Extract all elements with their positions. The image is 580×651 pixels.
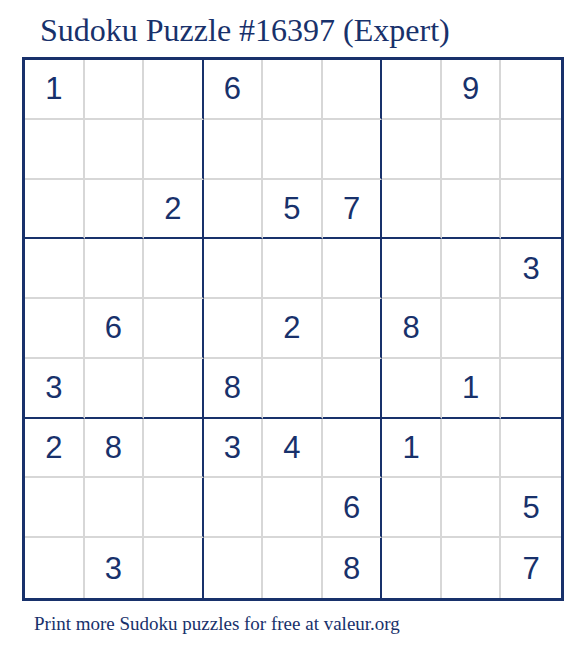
sudoku-cell-r3c5: 5 — [263, 180, 323, 240]
sudoku-cell-r1c6 — [323, 60, 383, 120]
sudoku-cell-r8c6: 6 — [323, 478, 383, 538]
sudoku-cell-r7c1: 2 — [25, 419, 85, 479]
footer-text: Print more Sudoku puzzles for free at va… — [34, 613, 400, 635]
sudoku-cell-r7c4: 3 — [204, 419, 264, 479]
sudoku-cell-r9c1 — [25, 538, 85, 598]
sudoku-cell-r9c2: 3 — [85, 538, 145, 598]
sudoku-cell-r8c3 — [144, 478, 204, 538]
sudoku-cell-r3c9 — [501, 180, 561, 240]
sudoku-cell-r5c7: 8 — [382, 299, 442, 359]
sudoku-cell-r1c3 — [144, 60, 204, 120]
page-title: Sudoku Puzzle #16397 (Expert) — [40, 12, 450, 49]
sudoku-cell-r9c3 — [144, 538, 204, 598]
sudoku-cell-r9c4 — [204, 538, 264, 598]
sudoku-cell-r6c8: 1 — [442, 359, 502, 419]
sudoku-cell-r9c5 — [263, 538, 323, 598]
sudoku-cell-r5c6 — [323, 299, 383, 359]
sudoku-cell-r7c2: 8 — [85, 419, 145, 479]
sudoku-cell-r8c2 — [85, 478, 145, 538]
sudoku-cell-r2c5 — [263, 120, 323, 180]
sudoku-cell-r1c2 — [85, 60, 145, 120]
sudoku-cell-r7c6 — [323, 419, 383, 479]
sudoku-cell-r6c9 — [501, 359, 561, 419]
sudoku-cell-r4c8 — [442, 239, 502, 299]
sudoku-cell-r4c2 — [85, 239, 145, 299]
sudoku-cell-r6c3 — [144, 359, 204, 419]
sudoku-cell-r7c9 — [501, 419, 561, 479]
sudoku-cell-r1c7 — [382, 60, 442, 120]
sudoku-cell-r2c3 — [144, 120, 204, 180]
sudoku-cell-r5c8 — [442, 299, 502, 359]
sudoku-cell-r6c6 — [323, 359, 383, 419]
sudoku-cell-r4c6 — [323, 239, 383, 299]
sudoku-cell-r5c9 — [501, 299, 561, 359]
sudoku-cell-r8c5 — [263, 478, 323, 538]
sudoku-cell-r9c7 — [382, 538, 442, 598]
sudoku-cell-r6c5 — [263, 359, 323, 419]
sudoku-cell-r3c3: 2 — [144, 180, 204, 240]
sudoku-cell-r4c4 — [204, 239, 264, 299]
sudoku-cell-r8c9: 5 — [501, 478, 561, 538]
sudoku-cell-r3c4 — [204, 180, 264, 240]
sudoku-cell-r2c8 — [442, 120, 502, 180]
sudoku-cell-r3c8 — [442, 180, 502, 240]
sudoku-cell-r2c7 — [382, 120, 442, 180]
sudoku-cell-r2c2 — [85, 120, 145, 180]
sudoku-cell-r7c3 — [144, 419, 204, 479]
sudoku-cell-r9c8 — [442, 538, 502, 598]
sudoku-cell-r6c7 — [382, 359, 442, 419]
sudoku-cell-r3c6: 7 — [323, 180, 383, 240]
sudoku-cell-r2c1 — [25, 120, 85, 180]
sudoku-cell-r5c3 — [144, 299, 204, 359]
sudoku-cell-r8c7 — [382, 478, 442, 538]
sudoku-cell-r2c4 — [204, 120, 264, 180]
sudoku-cell-r7c8 — [442, 419, 502, 479]
sudoku-cell-r1c4: 6 — [204, 60, 264, 120]
sudoku-cell-r1c9 — [501, 60, 561, 120]
sudoku-cell-r2c9 — [501, 120, 561, 180]
sudoku-cell-r5c2: 6 — [85, 299, 145, 359]
sudoku-cell-r1c1: 1 — [25, 60, 85, 120]
sudoku-cell-r7c7: 1 — [382, 419, 442, 479]
sudoku-cell-r8c1 — [25, 478, 85, 538]
sudoku-board: 16925736283812834165387 — [22, 57, 564, 601]
sudoku-cell-r8c8 — [442, 478, 502, 538]
sudoku-cell-r4c1 — [25, 239, 85, 299]
sudoku-cell-r4c3 — [144, 239, 204, 299]
sudoku-cell-r7c5: 4 — [263, 419, 323, 479]
sudoku-cell-r5c5: 2 — [263, 299, 323, 359]
sudoku-cell-r8c4 — [204, 478, 264, 538]
sudoku-cell-r3c2 — [85, 180, 145, 240]
sudoku-cell-r4c5 — [263, 239, 323, 299]
sudoku-cell-r2c6 — [323, 120, 383, 180]
sudoku-cell-r5c1 — [25, 299, 85, 359]
sudoku-cell-r3c1 — [25, 180, 85, 240]
sudoku-cell-r9c6: 8 — [323, 538, 383, 598]
sudoku-cell-r3c7 — [382, 180, 442, 240]
sudoku-cell-r4c9: 3 — [501, 239, 561, 299]
sudoku-cell-r1c8: 9 — [442, 60, 502, 120]
sudoku-cell-r6c1: 3 — [25, 359, 85, 419]
sudoku-cell-r6c4: 8 — [204, 359, 264, 419]
sudoku-cell-r1c5 — [263, 60, 323, 120]
sudoku-cell-r5c4 — [204, 299, 264, 359]
sudoku-cell-r4c7 — [382, 239, 442, 299]
sudoku-cell-r6c2 — [85, 359, 145, 419]
sudoku-cell-r9c9: 7 — [501, 538, 561, 598]
